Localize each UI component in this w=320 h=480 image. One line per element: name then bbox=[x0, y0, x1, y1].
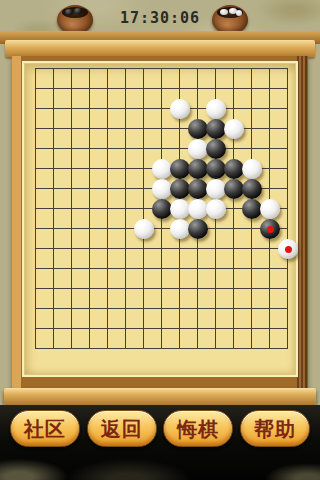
white-stone-bowl bbox=[212, 5, 248, 34]
black-stone bbox=[152, 199, 172, 219]
game-timer: 17:30:06 bbox=[0, 9, 320, 27]
white-stone bbox=[188, 139, 208, 159]
black-stone bbox=[224, 159, 244, 179]
white-stone bbox=[224, 119, 244, 139]
white-stone bbox=[134, 219, 154, 239]
black-stone bbox=[242, 199, 262, 219]
help-button[interactable]: 帮助 bbox=[240, 410, 310, 447]
board-bottom-shelf bbox=[4, 388, 316, 405]
white-stone bbox=[152, 179, 172, 199]
black-stone bbox=[188, 159, 208, 179]
black-stone bbox=[260, 219, 280, 239]
black-stone bbox=[206, 119, 226, 139]
board-top-rail bbox=[5, 40, 315, 57]
white-stone bbox=[206, 179, 226, 199]
app-screen: 17:30:06 社区 返回 悔棋 帮助 bbox=[0, 0, 320, 480]
black-stone bbox=[170, 159, 190, 179]
white-stone bbox=[206, 99, 226, 119]
bowl-stone bbox=[220, 9, 228, 15]
white-stone bbox=[170, 219, 190, 239]
back-button[interactable]: 返回 bbox=[87, 410, 157, 447]
black-stone bbox=[224, 179, 244, 199]
board-surface[interactable] bbox=[22, 61, 298, 377]
white-stone bbox=[260, 199, 280, 219]
undo-button[interactable]: 悔棋 bbox=[163, 410, 233, 447]
black-stone bbox=[188, 219, 208, 239]
white-stone bbox=[152, 159, 172, 179]
black-stone bbox=[242, 179, 262, 199]
board-grid[interactable] bbox=[35, 68, 288, 349]
black-stone bbox=[188, 119, 208, 139]
white-stone bbox=[206, 199, 226, 219]
white-stone bbox=[170, 99, 190, 119]
button-bar: 社区 返回 悔棋 帮助 bbox=[0, 405, 320, 480]
white-stone bbox=[188, 199, 208, 219]
community-button[interactable]: 社区 bbox=[10, 410, 80, 447]
black-stone bbox=[206, 159, 226, 179]
white-stone bbox=[278, 239, 298, 259]
black-stone bbox=[170, 179, 190, 199]
bowl-stone bbox=[236, 10, 242, 16]
white-stone bbox=[242, 159, 262, 179]
black-stone bbox=[206, 139, 226, 159]
black-stone bbox=[188, 179, 208, 199]
white-stone bbox=[170, 199, 190, 219]
